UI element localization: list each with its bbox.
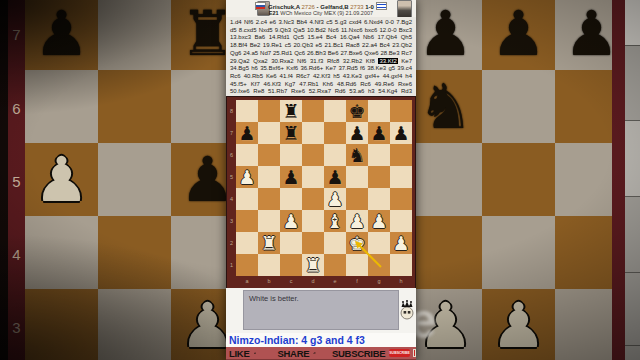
background-square-a6: [25, 70, 98, 143]
square-e6[interactable]: [324, 144, 346, 166]
square-a8[interactable]: [236, 100, 258, 122]
white-rook-b2: ♜: [258, 232, 280, 254]
square-g7[interactable]: ♟: [368, 122, 390, 144]
black-king-f8: ♚: [346, 100, 368, 122]
background-rank-label-3: 3: [8, 319, 25, 336]
square-e5[interactable]: ♟: [324, 166, 346, 188]
square-e2[interactable]: [324, 232, 346, 254]
game-header: Grischuk,A 2726 - Gelfand,B 2733 1-0 E21…: [226, 0, 416, 18]
background-square-g5: [482, 143, 555, 216]
square-c6[interactable]: [280, 144, 302, 166]
black-knight-f6: ♞: [346, 144, 368, 166]
black-pawn-h7: ♟: [390, 122, 412, 144]
square-d8[interactable]: [302, 100, 324, 122]
square-d6[interactable]: [302, 144, 324, 166]
file-label-a: a: [236, 276, 258, 287]
game-panel: Grischuk,A 2726 - Gelfand,B 2733 1-0 E21…: [226, 0, 416, 360]
square-c1[interactable]: [280, 254, 302, 276]
white-pawn-c3: ♟: [280, 210, 302, 232]
square-a6[interactable]: [236, 144, 258, 166]
black-pawn-e5: ♟: [324, 166, 346, 188]
white-king-f2: ♚: [346, 232, 368, 254]
square-c3[interactable]: ♟: [280, 210, 302, 232]
background-rank-label-5: 5: [8, 173, 25, 190]
thumbs-up-icon[interactable]: [254, 348, 256, 358]
background-black-pawn-a7: ♟: [25, 0, 98, 70]
scrollbar-tick: [625, 272, 640, 273]
square-f2[interactable]: ♚: [346, 232, 368, 254]
scrollbar-tick: [625, 196, 640, 197]
background-square-b6: [98, 70, 171, 143]
square-b5[interactable]: [258, 166, 280, 188]
annotation-section: White is better.: [226, 288, 416, 333]
square-b3[interactable]: [258, 210, 280, 232]
square-h2[interactable]: ♟: [390, 232, 412, 254]
square-f1[interactable]: [346, 254, 368, 276]
square-b2[interactable]: ♜: [258, 232, 280, 254]
white-rook-d1: ♜: [302, 254, 324, 276]
square-a1[interactable]: [236, 254, 258, 276]
evaluation-text: White is better.: [249, 294, 299, 303]
square-d4[interactable]: [302, 188, 324, 210]
rank-label-2: 2: [227, 232, 236, 254]
square-a7[interactable]: ♟: [236, 122, 258, 144]
square-f5[interactable]: [346, 166, 368, 188]
current-move[interactable]: 33.Kf2: [378, 58, 397, 64]
square-f3[interactable]: ♟: [346, 210, 368, 232]
background-black-pawn-g7: ♟: [482, 0, 555, 70]
square-d3[interactable]: [302, 210, 324, 232]
square-e3[interactable]: ♝: [324, 210, 346, 232]
scrollbar[interactable]: [625, 0, 640, 360]
background-square-a4: [25, 216, 98, 289]
subscribe-red-button[interactable]: SUBSCRIBE: [389, 349, 410, 357]
like-button[interactable]: LIKE: [229, 348, 249, 359]
square-c8[interactable]: ♜: [280, 100, 302, 122]
rank-label-7: 7: [227, 122, 236, 144]
background-square-g6: [482, 70, 555, 143]
square-g4[interactable]: [368, 188, 390, 210]
square-g5[interactable]: [368, 166, 390, 188]
video-frame: ♟♜♟♟♟♟♟♟♞♟♟ 76543 e Grischuk,A 2726 - Ge…: [0, 0, 640, 360]
square-c5[interactable]: ♟: [280, 166, 302, 188]
youtube-icon[interactable]: [413, 349, 416, 357]
square-b8[interactable]: [258, 100, 280, 122]
square-d2[interactable]: [302, 232, 324, 254]
square-f6[interactable]: ♞: [346, 144, 368, 166]
background-board-border-left: 76543: [8, 0, 25, 360]
square-e4[interactable]: ♟: [324, 188, 346, 210]
square-g6[interactable]: [368, 144, 390, 166]
square-f7[interactable]: ♟: [346, 122, 368, 144]
black-pawn-c5: ♟: [280, 166, 302, 188]
square-b7[interactable]: [258, 122, 280, 144]
square-h4[interactable]: [390, 188, 412, 210]
square-g8[interactable]: [368, 100, 390, 122]
square-e7[interactable]: [324, 122, 346, 144]
square-a2[interactable]: [236, 232, 258, 254]
black-rook-c8: ♜: [280, 100, 302, 122]
social-bar: LIKE SHARE SUBSCRIBE SUBSCRIBE: [226, 347, 416, 360]
square-h1[interactable]: [390, 254, 412, 276]
background-white-pawn-g3: ♟: [482, 289, 555, 360]
background-square-b4: [98, 216, 171, 289]
opening-name-bar: Nimzo-Indian: 4 g3 and 4 f3: [226, 333, 416, 347]
square-d1[interactable]: ♜: [302, 254, 324, 276]
rank-label-4: 4: [227, 188, 236, 210]
rank-label-6: 6: [227, 144, 236, 166]
file-label-e: e: [324, 276, 346, 287]
square-a4[interactable]: [236, 188, 258, 210]
file-label-d: d: [302, 276, 324, 287]
file-label-b: b: [258, 276, 280, 287]
background-black-knight-f6: ♞: [409, 70, 482, 143]
background-rank-label-4: 4: [8, 246, 25, 263]
square-a3[interactable]: [236, 210, 258, 232]
black-pawn-a7: ♟: [236, 122, 258, 144]
square-c7[interactable]: ♜: [280, 122, 302, 144]
scrollbar-top: [625, 0, 640, 45]
square-h8[interactable]: [390, 100, 412, 122]
annotation-box: White is better.: [243, 290, 399, 330]
rank-label-1: 1: [227, 254, 236, 276]
white-pawn-h2: ♟: [390, 232, 412, 254]
square-h5[interactable]: [390, 166, 412, 188]
square-d5[interactable]: [302, 166, 324, 188]
background-square-b3: [98, 289, 171, 360]
scrollbar-tick: [625, 45, 640, 46]
white-pawn-e4: ♟: [324, 188, 346, 210]
square-d7[interactable]: [302, 122, 324, 144]
white-pawn-a5: ♟: [236, 166, 258, 188]
file-label-f: f: [346, 276, 368, 287]
square-f8[interactable]: ♚: [346, 100, 368, 122]
black-pawn-f7: ♟: [346, 122, 368, 144]
background-square-b5: [98, 143, 171, 216]
white-bishop-e3: ♝: [324, 210, 346, 232]
rank-label-5: 5: [227, 166, 236, 188]
white-pawn-f3: ♟: [346, 210, 368, 232]
background-square-f4: [409, 216, 482, 289]
square-g2[interactable]: [368, 232, 390, 254]
square-a5[interactable]: ♟: [236, 166, 258, 188]
moves-before[interactable]: 1.d4 Nf6 2.c4 e6 3.Nc3 Bb4 4.Nf3 c5 5.g3…: [230, 19, 412, 64]
background-square-b7: [98, 0, 171, 70]
file-label-h: h: [390, 276, 412, 287]
scrollbar-thumb[interactable]: [625, 120, 640, 196]
square-c4[interactable]: [280, 188, 302, 210]
square-b6[interactable]: [258, 144, 280, 166]
square-e8[interactable]: [324, 100, 346, 122]
square-h7[interactable]: ♟: [390, 122, 412, 144]
square-g3[interactable]: ♟: [368, 210, 390, 232]
eco-code: E21: [269, 10, 279, 16]
chess-board[interactable]: ♜♚♟♜♟♟♟♞♟♟♟♟♟♝♟♟♜♚♟♜87654321abcdefgh: [227, 97, 415, 288]
background-white-pawn-a5: ♟: [25, 143, 98, 216]
background-square-a3: [25, 289, 98, 360]
event-name: WCh Mexico City MEX (9) 21.09.2007: [280, 10, 373, 16]
event-line: E21 WCh Mexico City MEX (9) 21.09.2007: [226, 10, 416, 16]
background-rank-label-6: 6: [8, 100, 25, 117]
background-black-pawn-f7: ♟: [409, 0, 482, 70]
black-rook-c7: ♜: [280, 122, 302, 144]
engine-king-icon: [400, 299, 414, 322]
rank-label-3: 3: [227, 210, 236, 232]
white-pawn-g3: ♟: [368, 210, 390, 232]
share-button[interactable]: SHARE: [277, 348, 309, 359]
scrollbar-tick: [625, 345, 640, 346]
background-rank-label-7: 7: [8, 26, 25, 43]
background-square-g4: [482, 216, 555, 289]
background-square-f5: [409, 143, 482, 216]
opening-name: Nimzo-Indian: 4 g3 and 4 f3: [229, 334, 365, 346]
square-h3[interactable]: [390, 210, 412, 232]
square-b1[interactable]: [258, 254, 280, 276]
black-pawn-g7: ♟: [368, 122, 390, 144]
square-c2[interactable]: [280, 232, 302, 254]
background-board-border-right: [612, 0, 625, 360]
square-h6[interactable]: [390, 144, 412, 166]
subscribe-button[interactable]: SUBSCRIBE: [332, 348, 385, 359]
scrollbar-tick: [625, 120, 640, 121]
square-g1[interactable]: [368, 254, 390, 276]
rank-label-8: 8: [227, 100, 236, 122]
file-label-g: g: [368, 276, 390, 287]
move-list[interactable]: 1.d4 Nf6 2.c4 e6 3.Nc3 Bb4 4.Nf3 c5 5.g3…: [226, 17, 416, 97]
file-label-c: c: [280, 276, 302, 287]
square-b4[interactable]: [258, 188, 280, 210]
square-e1[interactable]: [324, 254, 346, 276]
square-f4[interactable]: [346, 188, 368, 210]
share-arrow-icon[interactable]: [313, 348, 316, 358]
